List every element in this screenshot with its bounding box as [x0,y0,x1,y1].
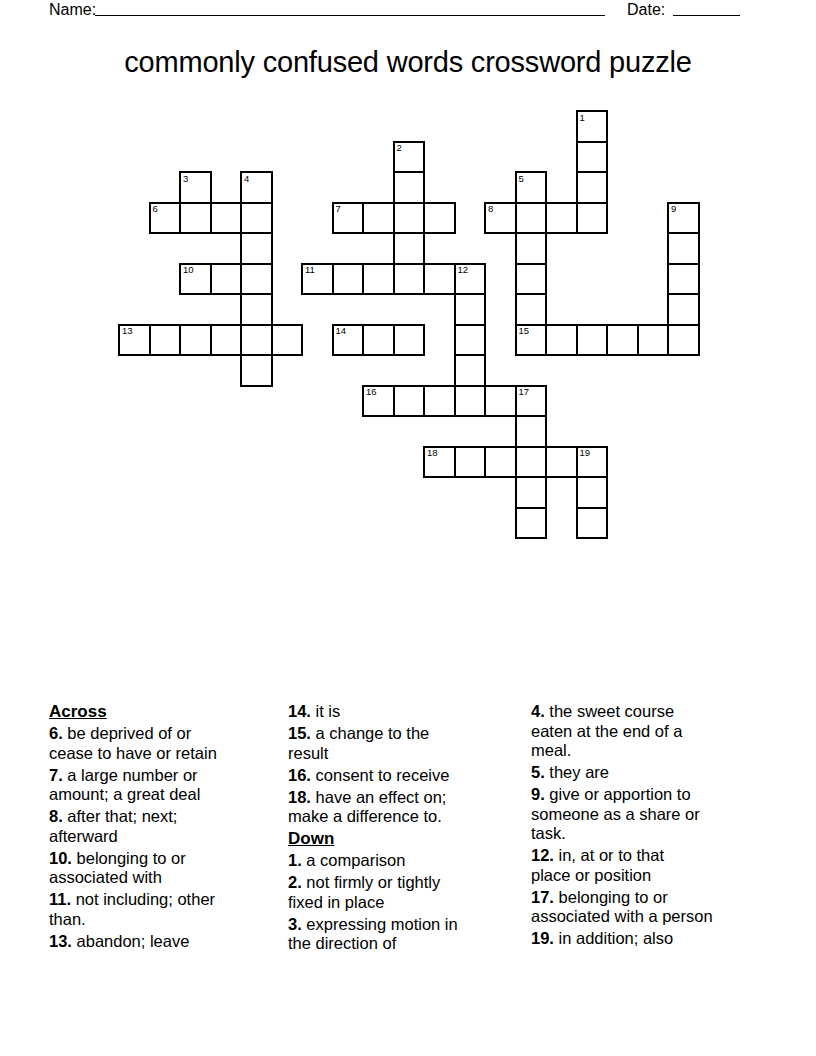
grid-cell[interactable] [576,141,609,174]
grid-cell[interactable]: 3 [179,171,212,204]
grid-cell[interactable] [271,324,304,357]
clue-item: 4. the sweet course eaten at the end of … [531,702,768,761]
grid-cell[interactable] [454,324,487,357]
grid-cell[interactable] [393,324,426,357]
grid-cell[interactable] [576,171,609,204]
clue-text: abandon; leave [77,932,190,950]
grid-cell[interactable] [240,202,273,235]
grid-cell[interactable] [545,324,578,357]
grid-cell[interactable] [667,324,700,357]
cell-number-label: 16 [366,387,377,397]
clue-text: be deprived of or cease to have or retai… [49,724,217,762]
grid-cell[interactable] [484,385,517,418]
grid-cell[interactable] [515,446,548,479]
grid-cell[interactable]: 2 [393,141,426,174]
name-label: Name: [49,1,96,19]
grid-cell[interactable] [454,385,487,418]
grid-cell[interactable] [637,324,670,357]
clue-number: 16. [288,766,311,784]
grid-cell[interactable] [576,476,609,509]
grid-cell[interactable]: 18 [423,446,456,479]
grid-cell[interactable]: 5 [515,171,548,204]
page-title: commonly confused words crossword puzzle [0,46,816,79]
grid-cell[interactable] [515,202,548,235]
cell-number-label: 3 [183,174,188,184]
cell-number-label: 5 [519,174,524,184]
clue-item: 1. a comparison [288,851,525,871]
clue-text: belonging to or associated with a person [531,888,713,926]
grid-cell[interactable] [423,202,456,235]
clue-text: it is [316,702,341,720]
cell-number-label: 13 [122,326,133,336]
grid-cell[interactable]: 17 [515,385,548,418]
grid-cell[interactable] [393,202,426,235]
grid-cell[interactable]: 14 [332,324,365,357]
clue-item: 15. a change to the result [288,724,525,763]
clue-text: the sweet course eaten at the end of a m… [531,702,682,759]
grid-cell[interactable] [240,263,273,296]
clue-text: a comparison [306,851,405,869]
clue-number: 17. [531,888,554,906]
grid-cell[interactable] [454,293,487,326]
clue-number: 19. [531,929,554,947]
clue-text: have an effect on; make a difference to. [288,788,446,826]
clue-item: 6. be deprived of or cease to have or re… [49,724,286,763]
clue-item: 8. after that; next; afterward [49,807,286,846]
grid-cell[interactable]: 10 [179,263,212,296]
name-input-line[interactable] [95,0,605,16]
grid-cell[interactable] [545,202,578,235]
clue-number: 4. [531,702,545,720]
grid-cell[interactable] [393,263,426,296]
cell-number-label: 18 [427,448,438,458]
grid-cell[interactable]: 4 [240,171,273,204]
crossword-board: 12345678910111213141516171819 [118,110,699,538]
grid-cell[interactable] [179,324,212,357]
grid-cell[interactable]: 1 [576,110,609,143]
clue-item: 18. have an effect on; make a difference… [288,788,525,827]
cell-number-label: 4 [244,174,249,184]
clue-item: 12. in, at or to that place or position [531,846,768,885]
date-input-line[interactable] [673,0,740,16]
clue-text: a large number or amount; a great deal [49,766,200,804]
grid-cell[interactable] [210,324,243,357]
cell-number-label: 6 [153,204,158,214]
grid-cell[interactable] [545,446,578,479]
down-heading: Down [288,829,525,849]
clue-item: 5. they are [531,763,768,783]
grid-cell[interactable] [240,232,273,265]
clue-item: 17. belonging to or associated with a pe… [531,888,768,927]
clue-number: 2. [288,873,302,891]
clue-number: 12. [531,846,554,864]
grid-cell[interactable] [576,202,609,235]
clue-text: after that; next; afterward [49,807,177,845]
clue-number: 13. [49,932,72,950]
grid-cell[interactable]: 7 [332,202,365,235]
cell-number-label: 8 [488,204,493,214]
clue-item: 10. belonging to or associated with [49,849,286,888]
clue-text: consent to receive [316,766,450,784]
grid-cell[interactable] [606,324,639,357]
cell-number-label: 15 [519,326,530,336]
grid-cell[interactable] [210,202,243,235]
clues-column-across: Across6. be deprived of or cease to have… [49,702,286,954]
grid-cell[interactable] [576,324,609,357]
grid-cell[interactable] [515,293,548,326]
grid-cell[interactable] [362,202,395,235]
clue-text: not including; other than. [49,890,215,928]
clue-text: expressing motion in the direction of [288,915,458,953]
clue-text: not firmly or tightly fixed in place [288,873,440,911]
cell-number-label: 1 [580,113,585,123]
grid-cell[interactable] [484,446,517,479]
cell-number-label: 9 [671,204,676,214]
grid-cell[interactable] [515,415,548,448]
clue-number: 14. [288,702,311,720]
grid-cell[interactable]: 12 [454,263,487,296]
clue-item: 16. consent to receive [288,766,525,786]
grid-cell[interactable] [667,232,700,265]
clue-item: 9. give or apportion to someone as a sha… [531,785,768,844]
grid-cell[interactable] [210,263,243,296]
grid-cell[interactable] [576,507,609,540]
clue-text: give or apportion to someone as a share … [531,785,700,842]
clue-number: 6. [49,724,63,742]
grid-cell[interactable] [149,324,182,357]
grid-cell[interactable] [667,263,700,296]
clue-number: 3. [288,915,302,933]
clue-number: 18. [288,788,311,806]
cell-number-label: 10 [183,265,194,275]
grid-cell[interactable] [362,263,395,296]
grid-cell[interactable]: 16 [362,385,395,418]
clue-number: 5. [531,763,545,781]
grid-cell[interactable] [454,354,487,387]
grid-cell[interactable]: 13 [118,324,151,357]
grid-cell[interactable] [515,507,548,540]
clue-item: 3. expressing motion in the direction of [288,915,525,954]
clue-item: 13. abandon; leave [49,932,286,952]
clue-item: 2. not firmly or tightly fixed in place [288,873,525,912]
cell-number-label: 11 [305,265,315,275]
grid-cell[interactable] [332,263,365,296]
cell-number-label: 7 [336,204,341,214]
grid-cell[interactable] [515,232,548,265]
cell-number-label: 19 [580,448,591,458]
grid-cell[interactable] [423,385,456,418]
clues-column-middle: 14. it is15. a change to the result16. c… [288,702,525,956]
grid-cell[interactable] [393,385,426,418]
cell-number-label: 14 [336,326,347,336]
grid-cell[interactable] [393,232,426,265]
grid-cell[interactable] [454,446,487,479]
clue-item: 14. it is [288,702,525,722]
clue-item: 7. a large number or amount; a great dea… [49,766,286,805]
clue-text: in addition; also [559,929,674,947]
grid-cell[interactable] [515,263,548,296]
clue-number: 7. [49,766,63,784]
grid-cell[interactable] [362,324,395,357]
clue-number: 10. [49,849,72,867]
clue-item: 19. in addition; also [531,929,768,949]
date-label: Date: [627,1,665,19]
clue-number: 11. [49,890,71,908]
grid-cell[interactable]: 19 [576,446,609,479]
grid-cell[interactable] [179,202,212,235]
grid-cell[interactable] [423,263,456,296]
grid-cell[interactable] [667,293,700,326]
clue-number: 9. [531,785,545,803]
clue-item: 11. not including; other than. [49,890,286,929]
grid-cell[interactable] [240,293,273,326]
grid-cell[interactable]: 11 [301,263,334,296]
clue-number: 1. [288,851,302,869]
clue-number: 8. [49,807,63,825]
grid-cell[interactable] [515,476,548,509]
clue-number: 15. [288,724,311,742]
cell-number-label: 2 [397,143,402,153]
clues-column-down: 4. the sweet course eaten at the end of … [531,702,768,951]
cell-number-label: 17 [519,387,530,397]
grid-cell[interactable] [240,324,273,357]
cell-number-label: 12 [458,265,469,275]
grid-cell[interactable] [393,171,426,204]
grid-cell[interactable]: 9 [667,202,700,235]
clue-text: they are [549,763,609,781]
grid-cell[interactable]: 6 [149,202,182,235]
grid-cell[interactable] [240,354,273,387]
across-heading: Across [49,702,286,722]
grid-cell[interactable]: 8 [484,202,517,235]
grid-cell[interactable]: 15 [515,324,548,357]
